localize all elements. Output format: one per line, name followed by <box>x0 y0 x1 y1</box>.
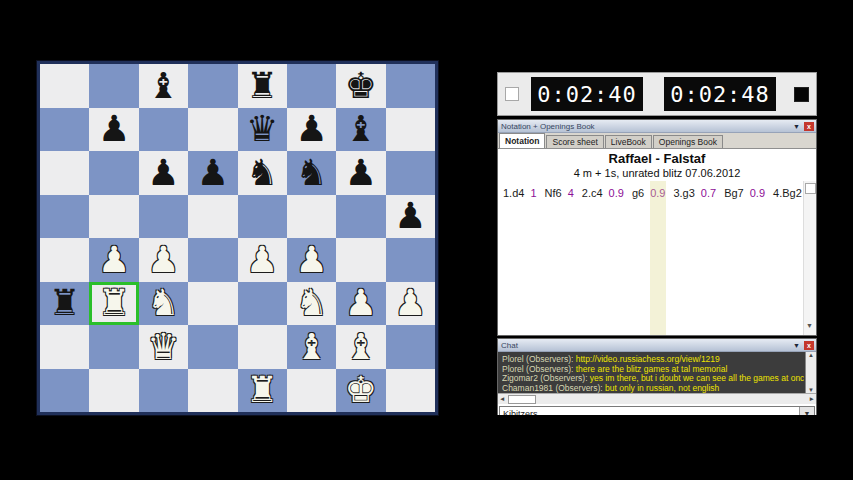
square-b7[interactable]: ♟ <box>89 108 138 152</box>
square-d1[interactable] <box>188 369 237 413</box>
kibitzers-label: Kibitzers <box>500 409 799 416</box>
white-bishop[interactable]: ♝ <box>345 329 377 365</box>
move-time: 0.9 <box>609 187 624 199</box>
clock-bar: 0:02:40 0:02:48 <box>497 72 817 116</box>
game-header: Raffael - Falstaf 4 m + 1s, unrated blit… <box>498 149 816 181</box>
white-rook[interactable]: ♜ <box>246 372 278 408</box>
black-knight[interactable]: ♞ <box>295 155 327 191</box>
square-b3[interactable]: ♜ <box>89 282 138 326</box>
white-pawn[interactable]: ♟ <box>246 242 278 278</box>
square-e2[interactable] <box>238 325 287 369</box>
square-a2[interactable] <box>40 325 89 369</box>
square-b5[interactable] <box>89 195 138 239</box>
notation-titlebar[interactable]: Notation + Openings Book ▼ x <box>498 120 816 133</box>
white-clock: 0:02:40 <box>531 77 643 111</box>
square-d5[interactable] <box>188 195 237 239</box>
white-pawn[interactable]: ♟ <box>98 242 130 278</box>
square-d2[interactable] <box>188 325 237 369</box>
watermark-stripe <box>650 181 666 335</box>
square-a7[interactable] <box>40 108 89 152</box>
white-rook[interactable]: ♜ <box>98 285 130 321</box>
square-e5[interactable] <box>238 195 287 239</box>
square-h1[interactable] <box>386 369 435 413</box>
square-g5[interactable] <box>336 195 385 239</box>
scroll-left-icon[interactable]: ◄ <box>499 395 505 402</box>
event-label: 4 m + 1s, unrated blitz 07.06.2012 <box>498 167 816 179</box>
square-f5[interactable] <box>287 195 336 239</box>
square-f1[interactable] <box>287 369 336 413</box>
move[interactable]: Nf6 <box>545 187 562 199</box>
square-h7[interactable] <box>386 108 435 152</box>
square-h5[interactable]: ♟ <box>386 195 435 239</box>
black-pawn[interactable]: ♟ <box>295 111 327 147</box>
chat-message: Chaman1981 (Observers): but only in russ… <box>502 384 804 394</box>
chat-titlebar[interactable]: Chat ▼ x <box>498 339 816 352</box>
white-bishop[interactable]: ♝ <box>295 329 327 365</box>
square-h4[interactable] <box>386 238 435 282</box>
square-h2[interactable] <box>386 325 435 369</box>
square-d3[interactable] <box>188 282 237 326</box>
square-c1[interactable] <box>139 369 188 413</box>
tab-livebook[interactable]: LiveBook <box>605 135 652 148</box>
move[interactable]: 2.c4 <box>582 187 603 199</box>
square-f8[interactable] <box>287 64 336 108</box>
square-f4[interactable]: ♟ <box>287 238 336 282</box>
square-g4[interactable] <box>336 238 385 282</box>
square-d8[interactable] <box>188 64 237 108</box>
square-h6[interactable] <box>386 151 435 195</box>
move[interactable]: 3.g3 <box>673 187 694 199</box>
square-f2[interactable]: ♝ <box>287 325 336 369</box>
black-pawn[interactable]: ♟ <box>345 155 377 191</box>
square-h3[interactable]: ♟ <box>386 282 435 326</box>
black-king[interactable]: ♚ <box>345 68 377 104</box>
black-pawn[interactable]: ♟ <box>197 155 229 191</box>
close-icon[interactable]: x <box>804 341 814 350</box>
white-turn-indicator <box>505 87 519 101</box>
scrollbar-thumb[interactable] <box>508 395 536 404</box>
square-d7[interactable] <box>188 108 237 152</box>
white-pawn[interactable]: ♟ <box>147 242 179 278</box>
square-e3[interactable] <box>238 282 287 326</box>
notation-tabs: Notation Score sheet LiveBook Openings B… <box>498 133 816 149</box>
square-c3[interactable]: ♞ <box>139 282 188 326</box>
chevron-down-icon[interactable]: ▼ <box>799 407 814 415</box>
notation-window: Notation + Openings Book ▼ x Notation Sc… <box>497 119 817 336</box>
notation-title: Notation + Openings Book <box>501 122 793 131</box>
tab-openings-book[interactable]: Openings Book <box>653 135 723 148</box>
black-turn-indicator <box>794 87 809 102</box>
white-king[interactable]: ♚ <box>345 372 377 408</box>
scroll-right-icon[interactable]: ► <box>809 395 815 402</box>
scrollbar-thumb[interactable] <box>805 183 816 194</box>
square-a6[interactable] <box>40 151 89 195</box>
black-rook[interactable]: ♜ <box>246 68 278 104</box>
square-e7[interactable]: ♛ <box>238 108 287 152</box>
square-c4[interactable]: ♟ <box>139 238 188 282</box>
white-knight[interactable]: ♞ <box>147 285 179 321</box>
square-g3[interactable]: ♟ <box>336 282 385 326</box>
black-pawn[interactable]: ♟ <box>394 198 426 234</box>
move-time: 0.9 <box>750 187 765 199</box>
players-label: Raffael - Falstaf <box>498 151 816 166</box>
tab-notation[interactable]: Notation <box>499 133 545 148</box>
chevron-down-icon[interactable]: ▼ <box>793 342 800 349</box>
black-pawn[interactable]: ♟ <box>98 111 130 147</box>
black-pawn[interactable]: ♟ <box>147 155 179 191</box>
chat-vertical-scrollbar[interactable]: ▲ ▼ <box>805 352 816 393</box>
chat-window: Chat ▼ x Plorel (Observers): http://vide… <box>497 338 817 415</box>
black-clock: 0:02:48 <box>664 77 776 111</box>
square-a8[interactable] <box>40 64 89 108</box>
square-c2[interactable]: ♛ <box>139 325 188 369</box>
square-a1[interactable] <box>40 369 89 413</box>
square-e6[interactable]: ♞ <box>238 151 287 195</box>
chat-horizontal-scrollbar[interactable]: ◄ ► <box>498 393 816 404</box>
move-time: 0.9 <box>650 187 665 199</box>
client-panel: 0:02:40 0:02:48 Notation + Openings Book… <box>497 72 817 415</box>
square-e8[interactable]: ♜ <box>238 64 287 108</box>
scroll-down-icon[interactable]: ▼ <box>804 317 815 334</box>
square-b2[interactable] <box>89 325 138 369</box>
move[interactable]: g6 <box>632 187 644 199</box>
square-b6[interactable] <box>89 151 138 195</box>
move[interactable]: 4.Bg2 <box>773 187 802 199</box>
white-pawn[interactable]: ♟ <box>295 242 327 278</box>
chevron-down-icon[interactable]: ▼ <box>793 123 800 130</box>
square-g1[interactable]: ♚ <box>336 369 385 413</box>
chat-message: Zigomar2 (Observers): yes im there, but … <box>502 374 804 384</box>
white-queen[interactable]: ♛ <box>147 329 179 365</box>
square-f3[interactable]: ♞ <box>287 282 336 326</box>
black-knight[interactable]: ♞ <box>246 155 278 191</box>
square-c7[interactable] <box>139 108 188 152</box>
square-c5[interactable] <box>139 195 188 239</box>
chat-messages: Plorel (Observers): http://video.russiac… <box>498 352 816 393</box>
square-a3[interactable]: ♜ <box>40 282 89 326</box>
square-g2[interactable]: ♝ <box>336 325 385 369</box>
black-rook[interactable]: ♜ <box>49 285 81 321</box>
tab-score-sheet[interactable]: Score sheet <box>546 135 603 148</box>
black-bishop[interactable]: ♝ <box>345 111 377 147</box>
white-pawn[interactable]: ♟ <box>345 285 377 321</box>
chat-message: Plorel (Observers): http://video.russiac… <box>502 355 804 365</box>
square-d6[interactable]: ♟ <box>188 151 237 195</box>
square-h8[interactable] <box>386 64 435 108</box>
square-c6[interactable]: ♟ <box>139 151 188 195</box>
square-a5[interactable] <box>40 195 89 239</box>
square-b8[interactable] <box>89 64 138 108</box>
move-list[interactable]: ▼ 1.d41Nf642.c40.9g60.93.g30.7Bg70.94.Bg… <box>498 181 816 335</box>
chat-message: Plorel (Observers): there are the blitz … <box>502 365 804 375</box>
square-g7[interactable]: ♝ <box>336 108 385 152</box>
scroll-up-icon[interactable]: ▲ <box>806 352 816 358</box>
kibitzers-dropdown[interactable]: Kibitzers ▼ <box>499 406 815 415</box>
square-g6[interactable]: ♟ <box>336 151 385 195</box>
square-c8[interactable]: ♝ <box>139 64 188 108</box>
square-e1[interactable]: ♜ <box>238 369 287 413</box>
square-a4[interactable] <box>40 238 89 282</box>
chat-title: Chat <box>501 341 793 350</box>
close-icon[interactable]: x <box>804 122 814 131</box>
square-g8[interactable]: ♚ <box>336 64 385 108</box>
square-f6[interactable]: ♞ <box>287 151 336 195</box>
square-d4[interactable] <box>188 238 237 282</box>
black-bishop[interactable]: ♝ <box>147 68 179 104</box>
square-b1[interactable] <box>89 369 138 413</box>
chess-board[interactable]: ♝♜♚♟♛♟♝♟♟♞♞♟♟♟♟♟♟♜♜♞♞♟♟♛♝♝♜♚ <box>37 61 438 415</box>
square-b4[interactable]: ♟ <box>89 238 138 282</box>
move-time: 1 <box>530 187 536 199</box>
square-f7[interactable]: ♟ <box>287 108 336 152</box>
black-queen[interactable]: ♛ <box>246 111 278 147</box>
move-time: 0.7 <box>701 187 716 199</box>
square-e4[interactable]: ♟ <box>238 238 287 282</box>
move-time: 4 <box>568 187 574 199</box>
move[interactable]: 1.d4 <box>503 187 524 199</box>
white-pawn[interactable]: ♟ <box>394 285 426 321</box>
moves-scrollbar[interactable]: ▼ <box>803 181 816 335</box>
white-knight[interactable]: ♞ <box>295 285 327 321</box>
move[interactable]: Bg7 <box>724 187 744 199</box>
